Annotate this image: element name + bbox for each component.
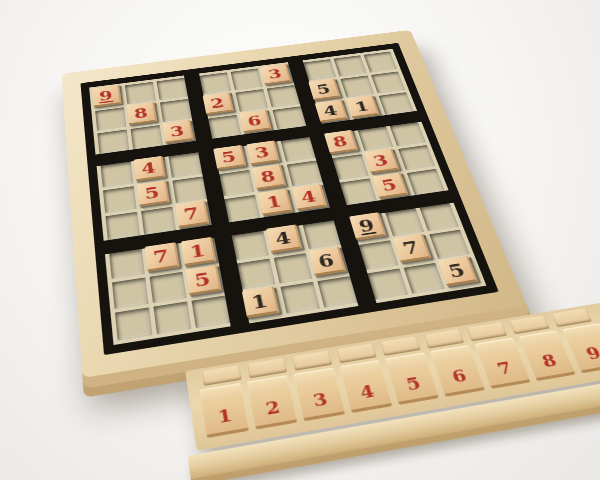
number-tile[interactable]: 5 (438, 256, 478, 286)
number-tile[interactable]: 7 (175, 200, 209, 228)
tile-digit: 2 (209, 95, 225, 110)
number-tile[interactable]: 5 (213, 145, 246, 170)
board-cell-r8c3[interactable]: 5 (187, 266, 225, 297)
board-cell-r5c6[interactable] (287, 160, 323, 186)
board-cell-r6c6[interactable]: 4 (293, 185, 330, 212)
tile-stack-4[interactable]: 4 (340, 360, 392, 413)
stack-front-face: 3 (296, 380, 345, 421)
number-tile[interactable]: 5 (185, 265, 221, 296)
tile-digit: 4 (140, 159, 156, 176)
board-cell-r3c7[interactable]: 4 (316, 101, 350, 124)
board-surface: 93825364145385837145714956715 (80, 43, 498, 355)
board-cell-r8c2[interactable] (150, 272, 187, 303)
stack-front-face: 5 (389, 365, 439, 405)
tile-digit: 5 (193, 269, 212, 289)
board-cell-r6c5[interactable]: 1 (259, 190, 295, 217)
board-cell-r3c5[interactable]: 6 (240, 111, 274, 135)
board-cell-r9c2[interactable] (153, 301, 191, 334)
stack-front-face: 2 (249, 388, 297, 430)
number-tile[interactable]: 7 (145, 242, 180, 272)
board-cell-r5c4[interactable] (219, 170, 254, 196)
number-tile[interactable]: 3 (246, 140, 280, 165)
board-cell-r7c4[interactable] (232, 231, 269, 260)
number-tile[interactable]: 2 (203, 92, 234, 115)
board-cell-r6c7[interactable] (340, 178, 377, 205)
number-tile[interactable]: 4 (134, 156, 166, 182)
number-tile[interactable]: 8 (127, 102, 158, 125)
number-tile[interactable]: 9 (349, 212, 386, 240)
board-cell-r4c7[interactable]: 8 (325, 131, 360, 156)
board-cell-r4c9[interactable] (390, 122, 426, 146)
number-tile[interactable]: 1 (346, 95, 380, 118)
stack-front-face: 1 (202, 396, 249, 438)
tile-digit: 7 (400, 238, 421, 257)
sudoku-grid: 93825364145385837145714956715 (89, 49, 486, 345)
board-cell-r9c5[interactable] (280, 282, 320, 314)
board-cell-r3c3[interactable]: 3 (163, 121, 196, 145)
board-cell-r2c5[interactable] (235, 89, 268, 112)
tile-stack-3[interactable]: 3 (294, 368, 345, 422)
tile-digit: 4 (299, 188, 318, 205)
board-cell-r3c6[interactable] (272, 106, 306, 130)
board-cell-r3c9[interactable] (379, 92, 414, 115)
number-tile[interactable]: 8 (324, 130, 358, 154)
number-tile[interactable]: 5 (137, 180, 170, 207)
stack-front-face: 8 (524, 342, 576, 381)
board-cell-r3c8[interactable]: 1 (347, 96, 382, 119)
number-tile[interactable]: 4 (315, 100, 348, 123)
tile-digit: 1 (188, 241, 206, 260)
board-cell-r2c7[interactable]: 5 (310, 79, 344, 101)
tile-digit: 9 (357, 216, 377, 234)
tile-digit: 7 (152, 246, 170, 265)
stack-digit: 6 (449, 364, 469, 386)
tile-digit: 1 (265, 192, 283, 210)
board-cell-r9c1[interactable] (115, 307, 153, 340)
tile-digit: 5 (144, 184, 161, 201)
board-cell-r1c5[interactable] (231, 68, 263, 90)
board-cell-r6c9[interactable] (407, 169, 445, 195)
board-cell-r1c4[interactable] (200, 72, 232, 94)
tile-digit: 3 (253, 144, 270, 160)
number-tile[interactable]: 9 (92, 85, 122, 107)
board-cell-r2c4[interactable]: 2 (204, 93, 236, 116)
board-cell-r8c9[interactable] (429, 230, 469, 259)
board-cell-r1c1[interactable]: 9 (93, 86, 124, 109)
board-cell-r5c3[interactable] (172, 176, 207, 203)
tile-stack-1[interactable]: 1 (200, 383, 249, 438)
board-cell-r3c1[interactable] (97, 129, 129, 154)
board-cell-r1c2[interactable] (125, 82, 156, 104)
number-tile[interactable]: 5 (308, 78, 341, 100)
tile-digit: 7 (182, 204, 199, 222)
number-tile[interactable]: 4 (266, 224, 302, 253)
board-cell-r1c6[interactable]: 3 (261, 64, 293, 86)
tile-digit: 5 (220, 148, 237, 164)
board-cell-r8c5[interactable] (274, 253, 313, 283)
board-cell-r9c3[interactable] (192, 296, 231, 329)
number-tile[interactable]: 1 (181, 237, 216, 266)
tile-stack-5[interactable]: 5 (385, 352, 439, 404)
number-tile[interactable]: 3 (364, 148, 400, 173)
stack-digit: 2 (264, 396, 282, 419)
tile-digit: 5 (315, 82, 332, 96)
number-tile[interactable]: 4 (292, 184, 328, 211)
tile-digit: 3 (371, 152, 390, 168)
tile-digit: 6 (246, 113, 263, 128)
tile-digit: 4 (321, 103, 338, 118)
number-tile[interactable]: 3 (260, 64, 291, 86)
tile-digit: 6 (316, 250, 336, 269)
tile-digit: 1 (353, 99, 371, 114)
number-tile[interactable]: 1 (258, 189, 293, 216)
tile-digit: 4 (273, 228, 292, 247)
board-cell-r6c3[interactable]: 7 (176, 202, 211, 230)
board-cell-r9c6[interactable] (317, 276, 357, 308)
board-cell-r7c5[interactable]: 4 (267, 226, 305, 255)
number-tile[interactable]: 5 (372, 172, 409, 198)
stack-digit: 8 (539, 349, 560, 370)
board-cell-r7c1[interactable] (109, 249, 145, 279)
board-cell-r3c4[interactable] (208, 115, 241, 139)
board-cell-r5c7[interactable] (332, 154, 368, 180)
board-cell-r2c3[interactable] (160, 99, 192, 122)
board-cell-r9c8[interactable] (404, 263, 445, 294)
tile-stack-6[interactable]: 6 (430, 345, 485, 397)
sudoku-box-scene: 93825364145385837145714956715 123456789 (61, 26, 600, 479)
board-cell-r5c8[interactable]: 3 (365, 150, 402, 175)
tile-digit: 8 (259, 168, 277, 185)
board-cell-r7c6[interactable] (303, 220, 341, 249)
tile-digit: 3 (169, 123, 185, 139)
board-cell-r5c2[interactable]: 5 (138, 181, 172, 208)
number-tile[interactable]: 6 (239, 110, 272, 134)
board-cell-r7c2[interactable]: 7 (146, 243, 182, 273)
board-cell-r6c4[interactable] (224, 195, 260, 223)
board-cell-r8c8[interactable]: 7 (394, 235, 434, 265)
board-cell-r6c2[interactable] (141, 207, 176, 235)
board-cell-r5c1[interactable] (103, 186, 137, 213)
number-tile[interactable]: 1 (242, 286, 280, 318)
board-cell-r2c8[interactable] (340, 75, 374, 97)
board-cell-r6c1[interactable] (105, 212, 140, 240)
board-cell-r2c1[interactable] (95, 107, 126, 131)
board-cell-r1c8[interactable] (334, 55, 367, 76)
stack-digit: 1 (216, 404, 233, 427)
board-cell-r7c7[interactable]: 9 (351, 213, 390, 241)
board-cell-r5c5[interactable]: 8 (253, 165, 288, 191)
board-cell-r2c9[interactable] (371, 71, 405, 93)
tile-stack-2[interactable]: 2 (247, 375, 297, 429)
stack-front-face: 4 (343, 372, 392, 413)
board-cell-r4c2[interactable]: 4 (135, 157, 168, 183)
number-tile[interactable]: 7 (393, 234, 432, 263)
number-tile[interactable]: 8 (252, 164, 286, 190)
board-cell-r8c6[interactable]: 6 (310, 248, 349, 278)
tile-digit: 3 (267, 67, 283, 81)
stack-digit: 9 (583, 342, 600, 363)
tile-digit: 9 (98, 88, 113, 103)
board-cell-r8c4[interactable] (237, 259, 275, 290)
board-cell-r9c4[interactable]: 1 (243, 288, 282, 320)
stack-digit: 5 (404, 372, 423, 394)
tile-digit: 8 (133, 105, 148, 120)
board-cell-r9c9[interactable]: 5 (439, 257, 480, 288)
tile-digit: 1 (250, 291, 270, 312)
stack-front-face: 6 (435, 357, 485, 397)
number-tile[interactable]: 3 (162, 120, 194, 144)
board-cell-r4c4[interactable]: 5 (214, 146, 248, 171)
stack-digit: 7 (494, 357, 514, 378)
board-cell-r2c2[interactable]: 8 (128, 103, 160, 126)
board-cell-r4c1[interactable] (101, 162, 134, 188)
stack-digit: 3 (311, 388, 329, 410)
board-cell-r1c9[interactable] (364, 51, 397, 72)
stack-digit: 4 (358, 380, 377, 402)
board-cell-r9c7[interactable] (367, 268, 408, 299)
tile-digit: 5 (446, 260, 467, 280)
board-cell-r8c7[interactable] (359, 240, 399, 270)
board-cell-r4c3[interactable] (168, 152, 202, 178)
number-tile[interactable]: 6 (308, 246, 346, 276)
board-cell-r7c8[interactable] (385, 208, 424, 236)
board-cell-r1c3[interactable] (157, 78, 188, 100)
board-cell-r4c8[interactable] (358, 126, 394, 150)
board-cell-r4c5[interactable]: 3 (248, 141, 283, 166)
tile-digit: 5 (379, 176, 398, 193)
board-cell-r5c9[interactable] (398, 145, 435, 170)
board-cell-r4c6[interactable] (281, 137, 316, 162)
board-cell-r3c2[interactable] (131, 125, 163, 149)
board-cell-r6c8[interactable]: 5 (373, 174, 411, 201)
board-cell-r2c6[interactable] (267, 85, 300, 108)
board-cell-r1c7[interactable] (303, 59, 336, 80)
board-cell-r8c1[interactable] (112, 277, 149, 309)
board-cell-r7c3[interactable]: 1 (182, 238, 219, 268)
tile-digit: 8 (331, 133, 349, 149)
stack-front-face: 7 (480, 350, 531, 389)
board-cell-r7c9[interactable] (420, 203, 459, 231)
